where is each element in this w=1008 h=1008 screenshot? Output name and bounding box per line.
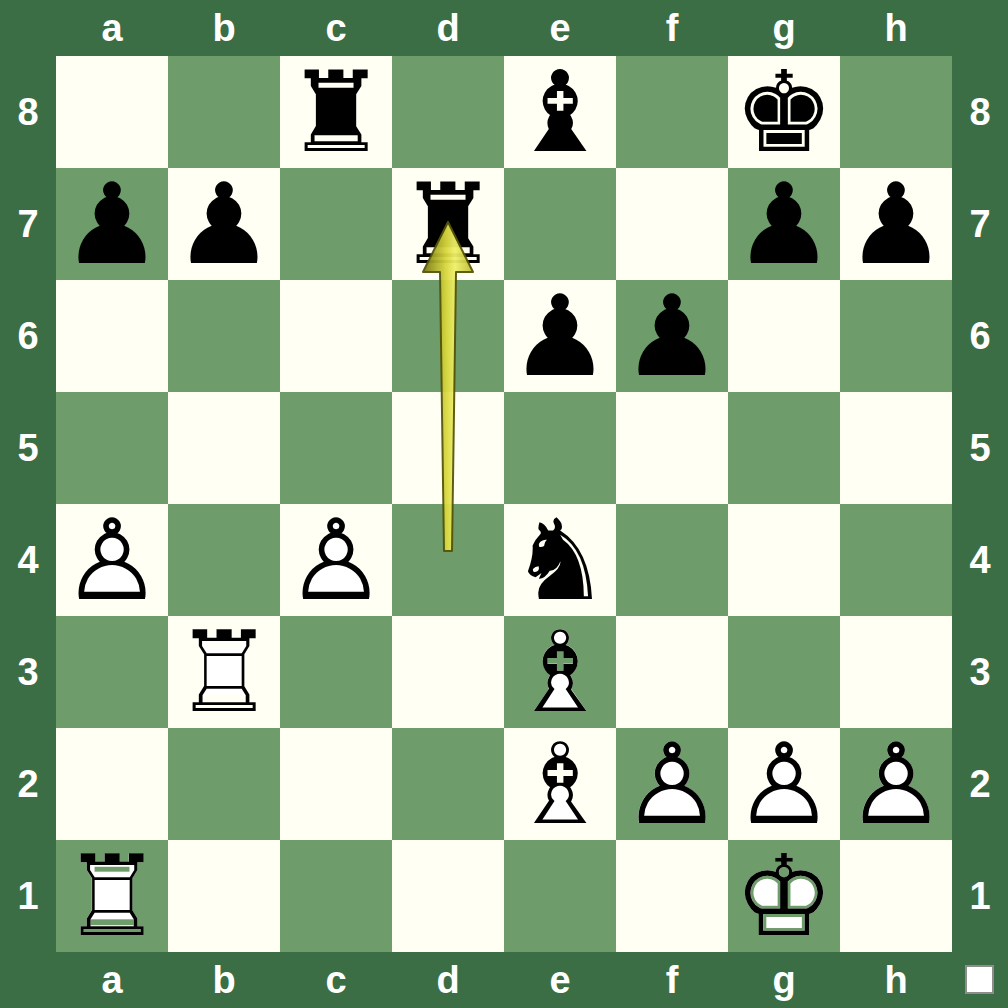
square-b8[interactable] <box>168 56 280 168</box>
board: ♜♝♚♟♟♜♟♟♟♟♟♙♟♙♞♜♖♝♗♝♗♟♙♟♙♟♙♜♖♚♔ <box>56 56 952 952</box>
square-e8[interactable]: ♝ <box>504 56 616 168</box>
piece-outline: ♙ <box>728 728 840 840</box>
file-label-h: h <box>840 952 952 1008</box>
square-e1[interactable] <box>504 840 616 952</box>
square-a5[interactable] <box>56 392 168 504</box>
white-pawn-icon[interactable]: ♟♙ <box>56 504 168 616</box>
white-pawn-icon[interactable]: ♟♙ <box>728 728 840 840</box>
white-king-icon[interactable]: ♚♔ <box>728 840 840 952</box>
square-b1[interactable] <box>168 840 280 952</box>
square-d5[interactable] <box>392 392 504 504</box>
rank-label-2: 2 <box>0 728 56 840</box>
square-g4[interactable] <box>728 504 840 616</box>
square-f8[interactable] <box>616 56 728 168</box>
rank-label-1: 1 <box>952 840 1008 952</box>
file-label-c: c <box>280 952 392 1008</box>
black-rook-icon[interactable]: ♜ <box>392 168 504 280</box>
black-pawn-icon[interactable]: ♟ <box>56 168 168 280</box>
square-d4[interactable] <box>392 504 504 616</box>
file-label-b: b <box>168 952 280 1008</box>
square-h5[interactable] <box>840 392 952 504</box>
file-label-d: d <box>392 952 504 1008</box>
piece-outline: ♙ <box>56 504 168 616</box>
file-label-f: f <box>616 0 728 56</box>
square-e6[interactable]: ♟ <box>504 280 616 392</box>
square-g5[interactable] <box>728 392 840 504</box>
white-to-move-indicator <box>965 965 994 994</box>
square-f4[interactable] <box>616 504 728 616</box>
piece-outline: ♖ <box>56 840 168 952</box>
rank-label-3: 3 <box>0 616 56 728</box>
white-rook-icon[interactable]: ♜♖ <box>168 616 280 728</box>
rank-label-4: 4 <box>952 504 1008 616</box>
file-label-a: a <box>56 0 168 56</box>
square-f5[interactable] <box>616 392 728 504</box>
square-b4[interactable] <box>168 504 280 616</box>
black-pawn-icon[interactable]: ♟ <box>168 168 280 280</box>
rank-label-2: 2 <box>952 728 1008 840</box>
square-b5[interactable] <box>168 392 280 504</box>
black-pawn-icon[interactable]: ♟ <box>616 280 728 392</box>
rank-label-1: 1 <box>0 840 56 952</box>
square-c5[interactable] <box>280 392 392 504</box>
square-c4[interactable]: ♟♙ <box>280 504 392 616</box>
piece-outline: ♙ <box>840 728 952 840</box>
rank-labels-right: 87654321 <box>952 56 1008 952</box>
square-f3[interactable] <box>616 616 728 728</box>
square-c1[interactable] <box>280 840 392 952</box>
square-b7[interactable]: ♟ <box>168 168 280 280</box>
black-pawn-icon[interactable]: ♟ <box>840 168 952 280</box>
white-pawn-icon[interactable]: ♟♙ <box>616 728 728 840</box>
black-rook-icon[interactable]: ♜ <box>280 56 392 168</box>
square-a7[interactable]: ♟ <box>56 168 168 280</box>
white-pawn-icon[interactable]: ♟♙ <box>280 504 392 616</box>
rank-label-7: 7 <box>0 168 56 280</box>
square-f1[interactable] <box>616 840 728 952</box>
rank-labels-left: 87654321 <box>0 56 56 952</box>
piece-outline: ♙ <box>616 728 728 840</box>
piece-outline: ♙ <box>280 504 392 616</box>
file-label-h: h <box>840 0 952 56</box>
file-label-b: b <box>168 0 280 56</box>
square-e5[interactable] <box>504 392 616 504</box>
black-pawn-icon[interactable]: ♟ <box>504 280 616 392</box>
square-h8[interactable] <box>840 56 952 168</box>
square-h7[interactable]: ♟ <box>840 168 952 280</box>
square-c6[interactable] <box>280 280 392 392</box>
piece-outline: ♔ <box>728 840 840 952</box>
square-a3[interactable] <box>56 616 168 728</box>
black-bishop-icon[interactable]: ♝ <box>504 56 616 168</box>
piece-outline: ♖ <box>168 616 280 728</box>
square-c8[interactable]: ♜ <box>280 56 392 168</box>
square-e2[interactable]: ♝♗ <box>504 728 616 840</box>
black-king-icon[interactable]: ♚ <box>728 56 840 168</box>
square-h4[interactable] <box>840 504 952 616</box>
piece-outline: ♗ <box>504 616 616 728</box>
square-b6[interactable] <box>168 280 280 392</box>
square-a1[interactable]: ♜♖ <box>56 840 168 952</box>
white-bishop-icon[interactable]: ♝♗ <box>504 728 616 840</box>
square-h6[interactable] <box>840 280 952 392</box>
square-f6[interactable]: ♟ <box>616 280 728 392</box>
square-g2[interactable]: ♟♙ <box>728 728 840 840</box>
square-c2[interactable] <box>280 728 392 840</box>
file-label-d: d <box>392 0 504 56</box>
rank-label-7: 7 <box>952 168 1008 280</box>
square-d2[interactable] <box>392 728 504 840</box>
square-e4[interactable]: ♞ <box>504 504 616 616</box>
chess-board-frame: abcdefgh abcdefgh 87654321 87654321 ♜♝♚♟… <box>0 0 1008 1008</box>
rank-label-5: 5 <box>952 392 1008 504</box>
square-g8[interactable]: ♚ <box>728 56 840 168</box>
square-a6[interactable] <box>56 280 168 392</box>
square-e7[interactable] <box>504 168 616 280</box>
square-h1[interactable] <box>840 840 952 952</box>
file-label-f: f <box>616 952 728 1008</box>
square-g7[interactable]: ♟ <box>728 168 840 280</box>
rank-label-8: 8 <box>952 56 1008 168</box>
square-b2[interactable] <box>168 728 280 840</box>
rank-label-6: 6 <box>0 280 56 392</box>
square-a2[interactable] <box>56 728 168 840</box>
square-h2[interactable]: ♟♙ <box>840 728 952 840</box>
square-g1[interactable]: ♚♔ <box>728 840 840 952</box>
piece-outline: ♗ <box>504 728 616 840</box>
rank-label-3: 3 <box>952 616 1008 728</box>
square-e3[interactable]: ♝♗ <box>504 616 616 728</box>
square-f2[interactable]: ♟♙ <box>616 728 728 840</box>
white-pawn-icon[interactable]: ♟♙ <box>840 728 952 840</box>
square-a8[interactable] <box>56 56 168 168</box>
square-g6[interactable] <box>728 280 840 392</box>
square-a4[interactable]: ♟♙ <box>56 504 168 616</box>
square-b3[interactable]: ♜♖ <box>168 616 280 728</box>
rank-label-4: 4 <box>0 504 56 616</box>
rank-label-5: 5 <box>0 392 56 504</box>
square-f7[interactable] <box>616 168 728 280</box>
rank-label-6: 6 <box>952 280 1008 392</box>
square-g3[interactable] <box>728 616 840 728</box>
square-d1[interactable] <box>392 840 504 952</box>
square-d3[interactable] <box>392 616 504 728</box>
file-label-e: e <box>504 952 616 1008</box>
black-pawn-icon[interactable]: ♟ <box>728 168 840 280</box>
black-knight-icon[interactable]: ♞ <box>504 504 616 616</box>
square-d6[interactable] <box>392 280 504 392</box>
white-bishop-icon[interactable]: ♝♗ <box>504 616 616 728</box>
white-rook-icon[interactable]: ♜♖ <box>56 840 168 952</box>
square-h3[interactable] <box>840 616 952 728</box>
square-c7[interactable] <box>280 168 392 280</box>
rank-label-8: 8 <box>0 56 56 168</box>
square-d8[interactable] <box>392 56 504 168</box>
square-c3[interactable] <box>280 616 392 728</box>
square-d7[interactable]: ♜ <box>392 168 504 280</box>
